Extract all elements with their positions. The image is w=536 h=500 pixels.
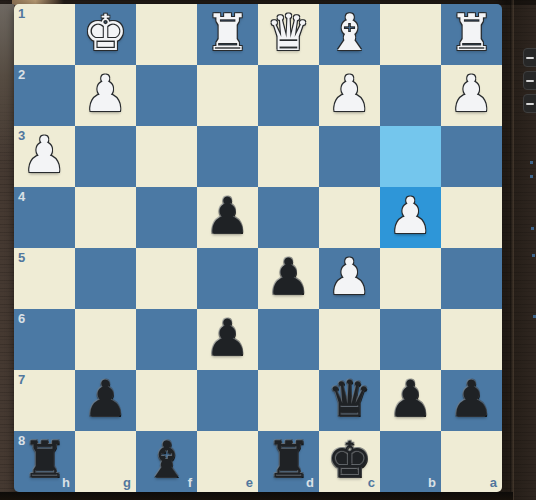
square-g5[interactable] (75, 248, 136, 309)
square-f5[interactable] (136, 248, 197, 309)
square-h5[interactable]: 5 (14, 248, 75, 309)
rank-label: 5 (18, 251, 25, 264)
square-d8[interactable]: d♜ (258, 431, 319, 492)
square-e3[interactable] (197, 126, 258, 187)
table-edge-sheen (0, 4, 14, 164)
rank-label: 7 (18, 373, 25, 386)
square-c6[interactable] (319, 309, 380, 370)
square-c8[interactable]: c♚ (319, 431, 380, 492)
black-pawn[interactable]: ♟ (197, 187, 258, 248)
square-c5[interactable]: ♟ (319, 248, 380, 309)
square-b1[interactable] (380, 4, 441, 65)
white-pawn[interactable]: ♟ (441, 65, 502, 126)
square-a6[interactable] (441, 309, 502, 370)
square-h6[interactable]: 6 (14, 309, 75, 370)
square-f3[interactable] (136, 126, 197, 187)
black-pawn[interactable]: ♟ (258, 248, 319, 309)
file-label: b (428, 476, 436, 489)
ui-fragment (531, 227, 534, 230)
square-d6[interactable] (258, 309, 319, 370)
file-label: e (246, 476, 253, 489)
file-label: a (490, 476, 497, 489)
square-g1[interactable]: ♚ (75, 4, 136, 65)
square-d7[interactable] (258, 370, 319, 431)
panel-button-2[interactable] (523, 71, 536, 90)
square-h4[interactable]: 4 (14, 187, 75, 248)
rank-label: 6 (18, 312, 25, 325)
white-bishop[interactable]: ♝ (319, 4, 380, 65)
black-bishop[interactable]: ♝ (136, 431, 197, 492)
white-rook[interactable]: ♜ (197, 4, 258, 65)
square-g2[interactable]: ♟ (75, 65, 136, 126)
square-g8[interactable]: g (75, 431, 136, 492)
file-label: g (123, 476, 131, 489)
chess-board: 1♚♜♛♝♜2♟♟♟3♟4♟♟5♟♟6♟7♟♛♟♟8h♜gf♝ed♜c♚ba (14, 4, 502, 492)
panel-button-3[interactable] (523, 94, 536, 113)
white-queen[interactable]: ♛ (258, 4, 319, 65)
square-c1[interactable]: ♝ (319, 4, 380, 65)
black-rook[interactable]: ♜ (14, 431, 75, 492)
square-g4[interactable] (75, 187, 136, 248)
black-pawn[interactable]: ♟ (380, 370, 441, 431)
square-a5[interactable] (441, 248, 502, 309)
square-c3[interactable] (319, 126, 380, 187)
rank-label: 1 (18, 7, 25, 20)
square-b3[interactable] (380, 126, 441, 187)
square-e8[interactable]: e (197, 431, 258, 492)
table-seam (510, 0, 514, 500)
panel-button-1[interactable] (523, 48, 536, 67)
white-pawn[interactable]: ♟ (319, 65, 380, 126)
square-d5[interactable]: ♟ (258, 248, 319, 309)
square-a4[interactable] (441, 187, 502, 248)
black-pawn[interactable]: ♟ (75, 370, 136, 431)
square-f1[interactable] (136, 4, 197, 65)
square-e5[interactable] (197, 248, 258, 309)
rank-label: 4 (18, 190, 25, 203)
square-f7[interactable] (136, 370, 197, 431)
square-e2[interactable] (197, 65, 258, 126)
square-d1[interactable]: ♛ (258, 4, 319, 65)
ui-fragment (530, 175, 533, 178)
square-h3[interactable]: 3♟ (14, 126, 75, 187)
square-f2[interactable] (136, 65, 197, 126)
white-pawn[interactable]: ♟ (14, 126, 75, 187)
black-pawn[interactable]: ♟ (197, 309, 258, 370)
square-d2[interactable] (258, 65, 319, 126)
square-b6[interactable] (380, 309, 441, 370)
white-pawn[interactable]: ♟ (75, 65, 136, 126)
square-a8[interactable]: a (441, 431, 502, 492)
square-c4[interactable] (319, 187, 380, 248)
square-b7[interactable]: ♟ (380, 370, 441, 431)
rank-label: 2 (18, 68, 25, 81)
ui-fragment (532, 254, 535, 257)
square-b5[interactable] (380, 248, 441, 309)
square-f6[interactable] (136, 309, 197, 370)
square-h1[interactable]: 1 (14, 4, 75, 65)
square-h7[interactable]: 7 (14, 370, 75, 431)
square-b8[interactable]: b (380, 431, 441, 492)
ui-fragment (530, 161, 533, 164)
square-d4[interactable] (258, 187, 319, 248)
square-a7[interactable]: ♟ (441, 370, 502, 431)
square-g7[interactable]: ♟ (75, 370, 136, 431)
square-b2[interactable] (380, 65, 441, 126)
square-h2[interactable]: 2 (14, 65, 75, 126)
square-e7[interactable] (197, 370, 258, 431)
white-pawn[interactable]: ♟ (319, 248, 380, 309)
square-f8[interactable]: f♝ (136, 431, 197, 492)
square-c7[interactable]: ♛ (319, 370, 380, 431)
square-d3[interactable] (258, 126, 319, 187)
square-g3[interactable] (75, 126, 136, 187)
white-king[interactable]: ♚ (75, 4, 136, 65)
square-g6[interactable] (75, 309, 136, 370)
black-king[interactable]: ♚ (319, 431, 380, 492)
black-pawn[interactable]: ♟ (441, 370, 502, 431)
square-a2[interactable]: ♟ (441, 65, 502, 126)
side-panel (523, 48, 536, 117)
square-f4[interactable] (136, 187, 197, 248)
white-rook[interactable]: ♜ (441, 4, 502, 65)
minus-icon (526, 57, 534, 59)
square-b4[interactable]: ♟ (380, 187, 441, 248)
square-h8[interactable]: 8h♜ (14, 431, 75, 492)
square-c2[interactable]: ♟ (319, 65, 380, 126)
table-front-edge (0, 492, 513, 500)
square-e6[interactable]: ♟ (197, 309, 258, 370)
square-e4[interactable]: ♟ (197, 187, 258, 248)
minus-icon (526, 103, 534, 105)
square-a3[interactable] (441, 126, 502, 187)
minus-icon (526, 80, 534, 82)
square-e1[interactable]: ♜ (197, 4, 258, 65)
black-queen[interactable]: ♛ (319, 370, 380, 431)
white-pawn[interactable]: ♟ (380, 187, 441, 248)
black-rook[interactable]: ♜ (258, 431, 319, 492)
square-a1[interactable]: ♜ (441, 4, 502, 65)
